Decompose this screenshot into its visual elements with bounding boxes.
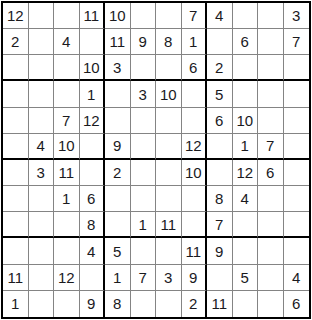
cell-r4c6[interactable]: 3 <box>131 81 157 107</box>
cell-r6c3[interactable]: 10 <box>54 134 80 160</box>
cell-r11c7[interactable]: 3 <box>156 265 182 291</box>
cell-r1c6[interactable] <box>131 3 157 29</box>
cell-r7c1[interactable] <box>3 160 29 186</box>
cell-r3c4[interactable]: 10 <box>80 55 106 81</box>
cell-r5c11[interactable] <box>258 108 284 134</box>
cell-r10c12[interactable] <box>284 238 310 264</box>
cell-r3c5[interactable]: 3 <box>105 55 131 81</box>
cell-r12c11[interactable] <box>258 291 284 317</box>
cell-r10c5[interactable]: 5 <box>105 238 131 264</box>
cell-r2c11[interactable] <box>258 29 284 55</box>
cell-r7c4[interactable] <box>80 160 106 186</box>
cell-r3c10[interactable] <box>233 55 259 81</box>
cell-r11c6[interactable]: 7 <box>131 265 157 291</box>
cell-r11c3[interactable]: 12 <box>54 265 80 291</box>
cell-r9c4[interactable]: 8 <box>80 212 106 238</box>
cell-r2c3[interactable]: 4 <box>54 29 80 55</box>
cell-r7c6[interactable] <box>131 160 157 186</box>
cell-r1c4[interactable]: 11 <box>80 3 106 29</box>
cell-r6c7[interactable] <box>156 134 182 160</box>
cell-r8c8[interactable] <box>182 186 208 212</box>
cell-r9c6[interactable]: 1 <box>131 212 157 238</box>
cell-r9c2[interactable] <box>29 212 55 238</box>
cell-r5c5[interactable] <box>105 108 131 134</box>
cell-r10c10[interactable] <box>233 238 259 264</box>
cell-r7c11[interactable]: 6 <box>258 160 284 186</box>
cell-r11c2[interactable] <box>29 265 55 291</box>
cell-r2c8[interactable]: 1 <box>182 29 208 55</box>
cell-r2c1[interactable]: 2 <box>3 29 29 55</box>
cell-r1c3[interactable] <box>54 3 80 29</box>
cell-r9c8[interactable] <box>182 212 208 238</box>
cell-r7c9[interactable] <box>207 160 233 186</box>
cell-r6c11[interactable]: 7 <box>258 134 284 160</box>
cell-r2c9[interactable] <box>207 29 233 55</box>
cell-r11c4[interactable] <box>80 265 106 291</box>
cell-r11c11[interactable] <box>258 265 284 291</box>
cell-r7c8[interactable]: 10 <box>182 160 208 186</box>
cell-r3c7[interactable] <box>156 55 182 81</box>
cell-r6c6[interactable] <box>131 134 157 160</box>
cell-r2c12[interactable]: 7 <box>284 29 310 55</box>
cell-r8c2[interactable] <box>29 186 55 212</box>
cell-r8c3[interactable]: 1 <box>54 186 80 212</box>
cell-r4c4[interactable]: 1 <box>80 81 106 107</box>
cell-r2c2[interactable] <box>29 29 55 55</box>
cell-r5c2[interactable] <box>29 108 55 134</box>
cell-r3c9[interactable]: 2 <box>207 55 233 81</box>
cell-r5c8[interactable] <box>182 108 208 134</box>
cell-r10c3[interactable] <box>54 238 80 264</box>
cell-r6c1[interactable] <box>3 134 29 160</box>
cell-r12c12[interactable]: 6 <box>284 291 310 317</box>
cell-r11c12[interactable]: 4 <box>284 265 310 291</box>
cell-r3c6[interactable] <box>131 55 157 81</box>
cell-r8c9[interactable]: 8 <box>207 186 233 212</box>
cell-r7c5[interactable]: 2 <box>105 160 131 186</box>
cell-r12c3[interactable] <box>54 291 80 317</box>
cell-r7c3[interactable]: 11 <box>54 160 80 186</box>
cell-r8c6[interactable] <box>131 186 157 212</box>
cell-r10c1[interactable] <box>3 238 29 264</box>
sudoku-board: 1211107432411981671036213105712610410912… <box>1 1 311 319</box>
cell-r10c9[interactable]: 9 <box>207 238 233 264</box>
cell-r5c10[interactable]: 10 <box>233 108 259 134</box>
cell-r7c7[interactable] <box>156 160 182 186</box>
cell-r5c3[interactable]: 7 <box>54 108 80 134</box>
cell-r4c2[interactable] <box>29 81 55 107</box>
cell-r9c12[interactable] <box>284 212 310 238</box>
cell-r6c4[interactable] <box>80 134 106 160</box>
cell-r11c5[interactable]: 1 <box>105 265 131 291</box>
cell-r1c12[interactable]: 3 <box>284 3 310 29</box>
cell-r10c8[interactable]: 11 <box>182 238 208 264</box>
cell-r2c4[interactable] <box>80 29 106 55</box>
cell-r7c2[interactable]: 3 <box>29 160 55 186</box>
cell-r4c9[interactable]: 5 <box>207 81 233 107</box>
cell-r5c9[interactable]: 6 <box>207 108 233 134</box>
cell-r9c11[interactable] <box>258 212 284 238</box>
cell-r5c12[interactable] <box>284 108 310 134</box>
cell-r5c6[interactable] <box>131 108 157 134</box>
cell-r4c7[interactable]: 10 <box>156 81 182 107</box>
cell-r3c2[interactable] <box>29 55 55 81</box>
cell-r10c6[interactable] <box>131 238 157 264</box>
cell-r1c2[interactable] <box>29 3 55 29</box>
cell-r2c7[interactable]: 8 <box>156 29 182 55</box>
cell-r9c9[interactable]: 7 <box>207 212 233 238</box>
cell-r12c1[interactable]: 1 <box>3 291 29 317</box>
cell-r10c2[interactable] <box>29 238 55 264</box>
cell-r12c6[interactable] <box>131 291 157 317</box>
cell-r10c7[interactable] <box>156 238 182 264</box>
cell-r7c10[interactable]: 12 <box>233 160 259 186</box>
cell-r9c5[interactable] <box>105 212 131 238</box>
cell-r2c10[interactable]: 6 <box>233 29 259 55</box>
cell-r1c8[interactable]: 7 <box>182 3 208 29</box>
cell-r10c11[interactable] <box>258 238 284 264</box>
cell-r5c7[interactable] <box>156 108 182 134</box>
cell-r2c5[interactable]: 11 <box>105 29 131 55</box>
cell-r5c4[interactable]: 12 <box>80 108 106 134</box>
cell-r3c3[interactable] <box>54 55 80 81</box>
cell-r12c9[interactable]: 11 <box>207 291 233 317</box>
cell-r1c10[interactable] <box>233 3 259 29</box>
cell-r4c8[interactable] <box>182 81 208 107</box>
cell-r8c5[interactable] <box>105 186 131 212</box>
cell-r1c5[interactable]: 10 <box>105 3 131 29</box>
cell-r1c1[interactable]: 12 <box>3 3 29 29</box>
cell-r8c7[interactable] <box>156 186 182 212</box>
cell-r4c5[interactable] <box>105 81 131 107</box>
cell-r12c8[interactable]: 2 <box>182 291 208 317</box>
cell-r9c10[interactable] <box>233 212 259 238</box>
cell-r7c12[interactable] <box>284 160 310 186</box>
cell-r3c11[interactable] <box>258 55 284 81</box>
cell-r1c9[interactable]: 4 <box>207 3 233 29</box>
cell-r3c1[interactable] <box>3 55 29 81</box>
cell-r8c12[interactable] <box>284 186 310 212</box>
cell-r12c2[interactable] <box>29 291 55 317</box>
cell-r8c11[interactable] <box>258 186 284 212</box>
cell-r4c12[interactable] <box>284 81 310 107</box>
cell-r11c9[interactable] <box>207 265 233 291</box>
cell-r12c5[interactable]: 8 <box>105 291 131 317</box>
cell-r3c12[interactable] <box>284 55 310 81</box>
cell-r5c1[interactable] <box>3 108 29 134</box>
cell-r1c7[interactable] <box>156 3 182 29</box>
cell-r6c9[interactable] <box>207 134 233 160</box>
cell-r10c4[interactable]: 4 <box>80 238 106 264</box>
cell-r4c3[interactable] <box>54 81 80 107</box>
cell-r9c1[interactable] <box>3 212 29 238</box>
cell-r2c6[interactable]: 9 <box>131 29 157 55</box>
cell-r11c8[interactable]: 9 <box>182 265 208 291</box>
cell-r11c10[interactable]: 5 <box>233 265 259 291</box>
cell-r6c2[interactable]: 4 <box>29 134 55 160</box>
cell-r12c4[interactable]: 9 <box>80 291 106 317</box>
cell-r9c7[interactable]: 11 <box>156 212 182 238</box>
cell-r4c10[interactable] <box>233 81 259 107</box>
cell-r4c1[interactable] <box>3 81 29 107</box>
cell-r4c11[interactable] <box>258 81 284 107</box>
cell-r1c11[interactable] <box>258 3 284 29</box>
cell-r11c1[interactable]: 11 <box>3 265 29 291</box>
cell-r6c8[interactable]: 12 <box>182 134 208 160</box>
cell-r12c10[interactable] <box>233 291 259 317</box>
cell-r8c1[interactable] <box>3 186 29 212</box>
cell-r12c7[interactable] <box>156 291 182 317</box>
cell-r8c10[interactable]: 4 <box>233 186 259 212</box>
cell-r3c8[interactable]: 6 <box>182 55 208 81</box>
cell-r6c12[interactable] <box>284 134 310 160</box>
cell-r9c3[interactable] <box>54 212 80 238</box>
cell-r8c4[interactable]: 6 <box>80 186 106 212</box>
cell-r6c5[interactable]: 9 <box>105 134 131 160</box>
cell-r6c10[interactable]: 1 <box>233 134 259 160</box>
